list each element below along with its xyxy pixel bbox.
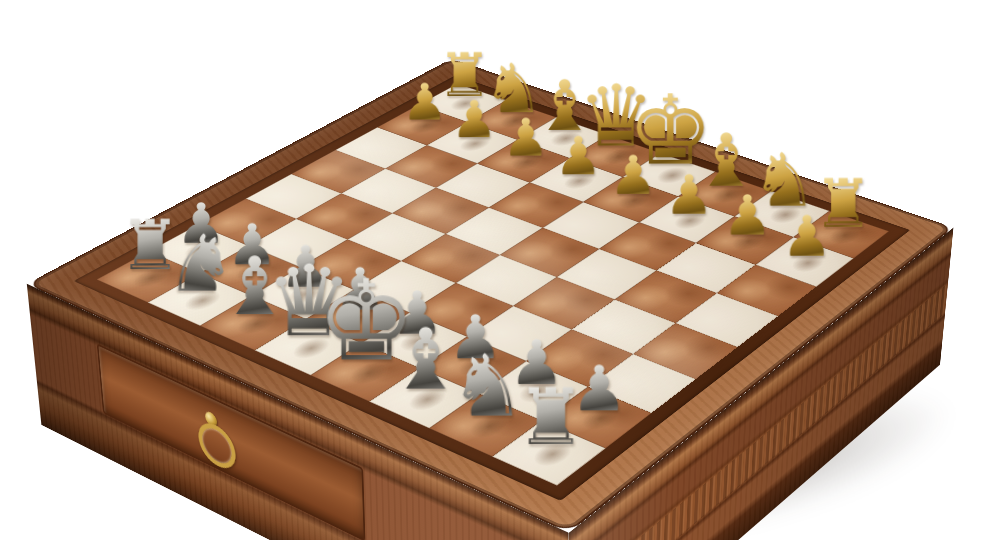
piece-white-knight[interactable]: ♞ bbox=[449, 343, 526, 429]
piece-white-rook[interactable]: ♜ bbox=[516, 379, 586, 457]
piece-black-pawn[interactable]: ♟ bbox=[555, 130, 602, 183]
drawer-ring-pull bbox=[193, 404, 232, 471]
chess-case: ♜♟♟♜♞♟♟♞♝♟♟♝♛♟♟♛♚♟♟♚♝♟♟♝♞♟♟♞♜♟♟♜ bbox=[27, 59, 954, 533]
ring-pull-ring bbox=[197, 416, 237, 475]
product-photo-scene: ♜♟♟♜♞♟♟♞♝♟♟♝♛♟♟♛♚♟♟♚♝♟♟♝♞♟♟♞♜♟♟♜ bbox=[0, 0, 1000, 540]
piece-black-pawn[interactable]: ♟ bbox=[782, 208, 832, 264]
piece-black-pawn[interactable]: ♟ bbox=[452, 94, 498, 145]
piece-black-pawn[interactable]: ♟ bbox=[723, 188, 773, 243]
piece-black-pawn[interactable]: ♟ bbox=[665, 168, 714, 223]
piece-black-pawn[interactable]: ♟ bbox=[503, 112, 550, 164]
piece-black-pawn[interactable]: ♟ bbox=[609, 149, 657, 203]
piece-black-pawn[interactable]: ♟ bbox=[402, 77, 447, 128]
